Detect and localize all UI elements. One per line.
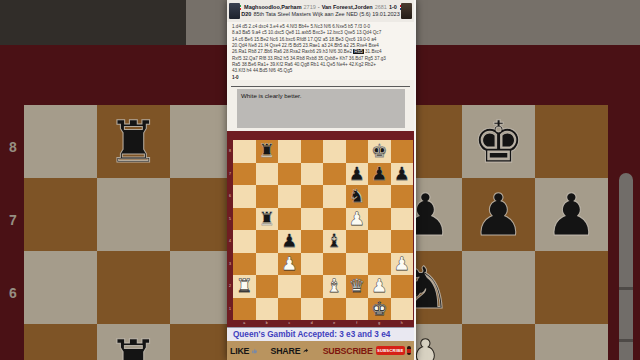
rank-label-1: 1 <box>227 298 233 321</box>
square-d1[interactable] <box>301 298 324 321</box>
black-pawn-h7[interactable]: ♟ <box>393 165 410 184</box>
black-pawn-g7: ♟ <box>473 186 525 244</box>
white-bishop-e2[interactable]: ♝ <box>326 277 343 296</box>
square-h6 <box>535 251 608 324</box>
white-pawn-f5[interactable]: ♟ <box>348 210 365 229</box>
share-label[interactable]: SHARE <box>271 346 301 356</box>
annotation-text: White is clearly better. <box>237 89 405 102</box>
file-label-f: f <box>346 320 369 327</box>
video-frame: ♜♚♟♟♟♞♜♟♟♝♟♟♜♝♛♟♚ 8765 Maghsoodloo,Parha… <box>0 0 640 360</box>
square-g5 <box>462 324 535 360</box>
black-bishop-e4[interactable]: ♝ <box>326 232 343 251</box>
square-b8[interactable]: ♜ <box>256 140 279 163</box>
event-name: 85th Tata Steel Masters Wijk aan Zee NED… <box>253 11 399 18</box>
vs-separator: - <box>318 4 320 11</box>
square-d5[interactable] <box>301 208 324 231</box>
caption-bar: Queen's Gambit Accepted: 3 e3 and 3 e4 <box>227 327 414 341</box>
square-a6 <box>24 251 97 324</box>
white-player-photo <box>229 3 240 19</box>
black-king-g8[interactable]: ♚ <box>371 142 388 161</box>
square-g6 <box>462 251 535 324</box>
file-label-c: c <box>278 320 301 327</box>
square-g8[interactable]: ♚ <box>368 140 391 163</box>
file-label-e: e <box>323 320 346 327</box>
square-g5[interactable] <box>368 208 391 231</box>
game-header: Maghsoodloo,Parham 2719 - Van Foreest,Jo… <box>227 0 414 22</box>
square-e4[interactable]: ♝ <box>323 230 346 253</box>
square-f3[interactable] <box>346 253 369 276</box>
thumbs-up-icon[interactable] <box>252 346 257 356</box>
square-a5[interactable] <box>233 208 256 231</box>
youtube-icon[interactable] <box>407 346 411 355</box>
players-line: Maghsoodloo,Parham 2719 - Van Foreest,Jo… <box>227 4 414 11</box>
square-b5[interactable]: ♜ <box>256 208 279 231</box>
file-labels: abcdefgh <box>233 320 413 327</box>
square-a5 <box>24 324 97 360</box>
square-d6[interactable] <box>301 185 324 208</box>
square-b1[interactable] <box>256 298 279 321</box>
annotation-box: White is clearly better. <box>237 89 405 128</box>
square-b2[interactable] <box>256 275 279 298</box>
square-e5[interactable] <box>323 208 346 231</box>
white-player-name: Maghsoodloo,Parham <box>244 4 301 11</box>
rank-label-4: 4 <box>227 230 233 253</box>
square-b6[interactable] <box>256 185 279 208</box>
square-a8[interactable] <box>233 140 256 163</box>
file-label-g: g <box>368 320 391 327</box>
rank-label-2: 2 <box>227 275 233 298</box>
file-label-b: b <box>256 320 279 327</box>
square-a1[interactable] <box>233 298 256 321</box>
scrollbar[interactable] <box>619 173 633 360</box>
rank-label-7: 7 <box>227 163 233 186</box>
square-a7[interactable] <box>233 163 256 186</box>
black-elo: 2681 <box>375 4 387 11</box>
square-e1[interactable] <box>323 298 346 321</box>
board-frame: ♜♚♟♟♟♞♜♟♟♝♟♟♜♝♛♟♚ 87654321 abcdefgh <box>227 131 414 327</box>
square-b8: ♜ <box>97 105 170 178</box>
eco-code: D20 <box>241 11 251 18</box>
square-h8[interactable] <box>391 140 414 163</box>
annotation-zone: White is clearly better. <box>227 80 414 131</box>
square-a6[interactable] <box>233 185 256 208</box>
square-g3[interactable] <box>368 253 391 276</box>
action-bar: LIKE SHARE SUBSCRIBE SUBSCRIBE <box>227 341 414 360</box>
square-f5[interactable]: ♟ <box>346 208 369 231</box>
rank-labels: 87654321 <box>227 140 233 320</box>
background-rank-label-7: 7 <box>5 212 21 228</box>
square-a7 <box>24 178 97 251</box>
black-pawn-h7: ♟ <box>546 186 598 244</box>
square-h3[interactable]: ♟ <box>391 253 414 276</box>
square-f8[interactable] <box>346 140 369 163</box>
square-c1[interactable] <box>278 298 301 321</box>
black-player-name: Van Foreest,Jorden <box>322 4 373 11</box>
file-label-h: h <box>391 320 414 327</box>
square-b7 <box>97 178 170 251</box>
square-c6[interactable] <box>278 185 301 208</box>
white-pawn-h3[interactable]: ♟ <box>393 255 410 274</box>
subscribe-button[interactable]: SUBSCRIBE <box>376 346 405 356</box>
square-h4[interactable] <box>391 230 414 253</box>
black-pawn-f7[interactable]: ♟ <box>348 165 365 184</box>
square-a4[interactable] <box>233 230 256 253</box>
background-rank-label-8: 8 <box>5 139 21 155</box>
chess-board: ♜♚♟♟♟♞♜♟♟♝♟♟♜♝♛♟♚ <box>233 140 413 320</box>
square-a3[interactable] <box>233 253 256 276</box>
square-c2[interactable] <box>278 275 301 298</box>
square-d3[interactable] <box>301 253 324 276</box>
opening-caption: Queen's Gambit Accepted: 3 e3 and 3 e4 <box>227 330 390 339</box>
square-d8[interactable] <box>301 140 324 163</box>
move-list[interactable]: 1.d4 d5 2.c4 dxc4 3.e4 e5 4.Nf3 Bb4+ 5.N… <box>227 22 414 80</box>
square-b6 <box>97 251 170 324</box>
square-f1[interactable] <box>346 298 369 321</box>
square-c3[interactable]: ♟ <box>278 253 301 276</box>
square-g6[interactable] <box>368 185 391 208</box>
share-arrow-icon[interactable] <box>303 346 308 356</box>
subscribe-label[interactable]: SUBSCRIBE <box>323 346 373 356</box>
black-player-photo <box>401 3 412 19</box>
background-rank-label-6: 6 <box>5 285 21 301</box>
square-h8 <box>535 105 608 178</box>
square-d7[interactable] <box>301 163 324 186</box>
square-h1[interactable] <box>391 298 414 321</box>
black-rook-b8: ♜ <box>108 113 160 171</box>
rank-label-6: 6 <box>227 185 233 208</box>
black-pawn-g7[interactable]: ♟ <box>371 165 388 184</box>
square-g4[interactable] <box>368 230 391 253</box>
background-dark-strip <box>0 0 186 45</box>
white-elo: 2719 <box>304 4 316 11</box>
white-pawn-g2[interactable]: ♟ <box>371 277 388 296</box>
like-label[interactable]: LIKE <box>230 346 249 356</box>
rank-label-5: 5 <box>227 208 233 231</box>
black-knight-f6[interactable]: ♞ <box>348 187 365 206</box>
file-label-a: a <box>233 320 256 327</box>
black-rook-b8[interactable]: ♜ <box>258 142 275 161</box>
square-c8[interactable] <box>278 140 301 163</box>
square-c7[interactable] <box>278 163 301 186</box>
white-king-g1[interactable]: ♚ <box>371 300 388 319</box>
square-h2[interactable] <box>391 275 414 298</box>
file-label-d: d <box>301 320 324 327</box>
white-queen-f2[interactable]: ♛ <box>348 277 365 296</box>
square-h7: ♟ <box>535 178 608 251</box>
separator-line <box>231 86 410 87</box>
square-f7[interactable]: ♟ <box>346 163 369 186</box>
square-c4[interactable]: ♟ <box>278 230 301 253</box>
game-result: 1-0 <box>389 4 397 11</box>
square-g7: ♟ <box>462 178 535 251</box>
chess-panel: Maghsoodloo,Parham 2719 - Van Foreest,Jo… <box>227 0 416 360</box>
square-h5[interactable] <box>391 208 414 231</box>
square-g8: ♚ <box>462 105 535 178</box>
square-g7[interactable]: ♟ <box>368 163 391 186</box>
event-line: D20 85th Tata Steel Masters Wijk aan Zee… <box>227 11 414 18</box>
white-pawn-c3[interactable]: ♟ <box>281 255 298 274</box>
black-rook-b5[interactable]: ♜ <box>258 210 275 229</box>
black-king-g8: ♚ <box>473 113 525 171</box>
square-g2[interactable]: ♟ <box>368 275 391 298</box>
square-f2[interactable]: ♛ <box>346 275 369 298</box>
square-c5[interactable] <box>278 208 301 231</box>
square-e3[interactable] <box>323 253 346 276</box>
square-h6[interactable] <box>391 185 414 208</box>
square-e8[interactable] <box>323 140 346 163</box>
square-a2[interactable]: ♜ <box>233 275 256 298</box>
current-move-highlight[interactable]: Rb5 <box>353 49 363 54</box>
square-e2[interactable]: ♝ <box>323 275 346 298</box>
black-rook-b5: ♜ <box>108 332 160 360</box>
square-d2[interactable] <box>301 275 324 298</box>
square-e6[interactable] <box>323 185 346 208</box>
square-e7[interactable] <box>323 163 346 186</box>
square-f4[interactable] <box>346 230 369 253</box>
rank-label-8: 8 <box>227 140 233 163</box>
white-rook-a2[interactable]: ♜ <box>236 277 253 296</box>
square-b4[interactable] <box>256 230 279 253</box>
square-h5 <box>535 324 608 360</box>
square-d4[interactable] <box>301 230 324 253</box>
square-f6[interactable]: ♞ <box>346 185 369 208</box>
square-g1[interactable]: ♚ <box>368 298 391 321</box>
black-pawn-c4[interactable]: ♟ <box>281 232 298 251</box>
square-a8 <box>24 105 97 178</box>
rank-label-3: 3 <box>227 253 233 276</box>
square-b7[interactable] <box>256 163 279 186</box>
square-b3[interactable] <box>256 253 279 276</box>
square-h7[interactable]: ♟ <box>391 163 414 186</box>
square-b5: ♜ <box>97 324 170 360</box>
